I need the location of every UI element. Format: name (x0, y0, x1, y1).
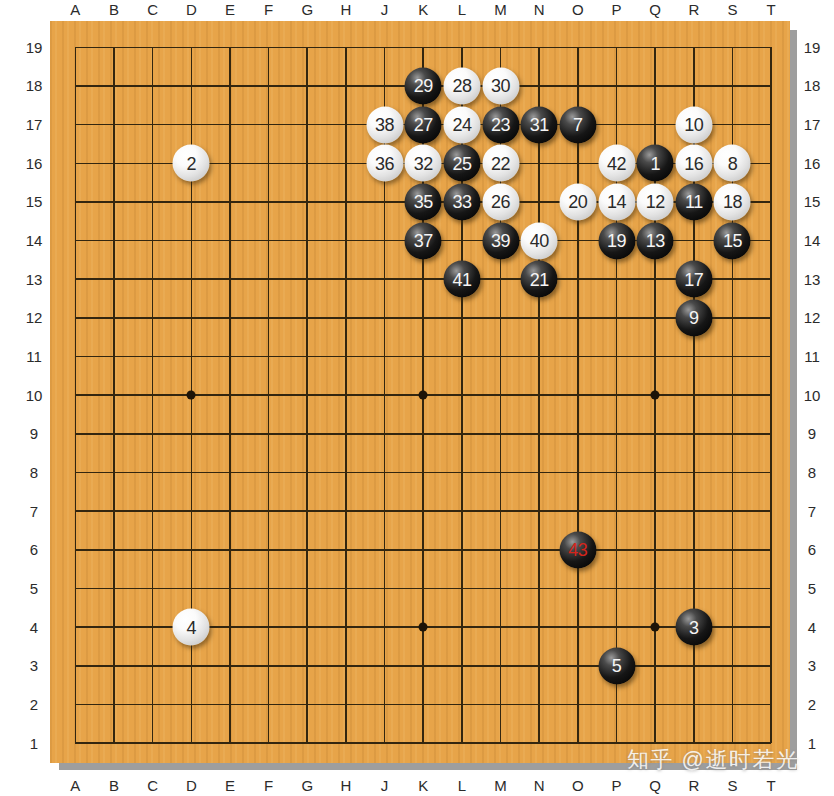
intersection-F7[interactable] (249, 492, 288, 531)
intersection-E3[interactable] (211, 647, 250, 686)
intersection-F8[interactable] (249, 453, 288, 492)
intersection-C14[interactable] (133, 221, 172, 260)
intersection-Q9[interactable] (636, 415, 675, 454)
intersection-M17[interactable]: 23 (481, 105, 520, 144)
intersection-L17[interactable]: 24 (443, 105, 482, 144)
intersection-M19[interactable] (481, 28, 520, 67)
intersection-P18[interactable] (597, 67, 636, 106)
intersection-B1[interactable] (95, 724, 134, 763)
intersection-C10[interactable] (133, 376, 172, 415)
intersection-F2[interactable] (249, 685, 288, 724)
intersection-B19[interactable] (95, 28, 134, 67)
intersection-N5[interactable] (520, 569, 559, 608)
intersection-G6[interactable] (288, 531, 327, 570)
intersection-B15[interactable] (95, 183, 134, 222)
intersection-P2[interactable] (597, 685, 636, 724)
intersection-O2[interactable] (559, 685, 598, 724)
intersection-M6[interactable] (481, 531, 520, 570)
intersection-B18[interactable] (95, 67, 134, 106)
intersection-M14[interactable]: 39 (481, 221, 520, 260)
intersection-R3[interactable] (675, 647, 714, 686)
intersection-L9[interactable] (443, 415, 482, 454)
intersection-F16[interactable] (249, 144, 288, 183)
intersection-R11[interactable] (675, 337, 714, 376)
intersection-T2[interactable] (752, 685, 791, 724)
intersection-D7[interactable] (172, 492, 211, 531)
intersection-E14[interactable] (211, 221, 250, 260)
intersection-L18[interactable]: 28 (443, 67, 482, 106)
intersection-A15[interactable] (56, 183, 95, 222)
intersection-T7[interactable] (752, 492, 791, 531)
intersection-Q8[interactable] (636, 453, 675, 492)
intersection-C5[interactable] (133, 569, 172, 608)
intersection-S12[interactable] (713, 299, 752, 338)
intersection-O5[interactable] (559, 569, 598, 608)
intersection-G14[interactable] (288, 221, 327, 260)
intersection-N4[interactable] (520, 608, 559, 647)
intersection-B5[interactable] (95, 569, 134, 608)
intersection-K15[interactable]: 35 (404, 183, 443, 222)
intersection-H4[interactable] (327, 608, 366, 647)
intersection-K6[interactable] (404, 531, 443, 570)
intersection-E4[interactable] (211, 608, 250, 647)
intersection-J11[interactable] (365, 337, 404, 376)
intersection-B11[interactable] (95, 337, 134, 376)
intersection-B10[interactable] (95, 376, 134, 415)
intersection-Q2[interactable] (636, 685, 675, 724)
intersection-H13[interactable] (327, 260, 366, 299)
intersection-G12[interactable] (288, 299, 327, 338)
intersection-Q18[interactable] (636, 67, 675, 106)
intersection-A13[interactable] (56, 260, 95, 299)
intersection-R9[interactable] (675, 415, 714, 454)
intersection-O6[interactable]: 43 (559, 531, 598, 570)
intersection-J15[interactable] (365, 183, 404, 222)
intersection-F12[interactable] (249, 299, 288, 338)
intersection-C15[interactable] (133, 183, 172, 222)
intersection-R7[interactable] (675, 492, 714, 531)
intersection-A19[interactable] (56, 28, 95, 67)
intersection-D12[interactable] (172, 299, 211, 338)
intersection-A18[interactable] (56, 67, 95, 106)
intersection-G3[interactable] (288, 647, 327, 686)
intersection-D5[interactable] (172, 569, 211, 608)
intersection-B2[interactable] (95, 685, 134, 724)
intersection-S2[interactable] (713, 685, 752, 724)
intersection-L15[interactable]: 33 (443, 183, 482, 222)
intersection-K14[interactable]: 37 (404, 221, 443, 260)
intersection-N16[interactable] (520, 144, 559, 183)
intersection-H15[interactable] (327, 183, 366, 222)
intersection-S14[interactable]: 15 (713, 221, 752, 260)
intersection-B17[interactable] (95, 105, 134, 144)
intersection-A1[interactable] (56, 724, 95, 763)
intersection-D10[interactable] (172, 376, 211, 415)
intersection-H5[interactable] (327, 569, 366, 608)
intersection-M13[interactable] (481, 260, 520, 299)
intersection-B8[interactable] (95, 453, 134, 492)
intersection-S10[interactable] (713, 376, 752, 415)
intersection-H19[interactable] (327, 28, 366, 67)
intersection-B12[interactable] (95, 299, 134, 338)
intersection-R6[interactable] (675, 531, 714, 570)
intersection-F15[interactable] (249, 183, 288, 222)
intersection-M12[interactable] (481, 299, 520, 338)
intersection-C3[interactable] (133, 647, 172, 686)
intersection-E16[interactable] (211, 144, 250, 183)
intersection-P4[interactable] (597, 608, 636, 647)
intersection-L7[interactable] (443, 492, 482, 531)
intersection-A3[interactable] (56, 647, 95, 686)
intersection-L4[interactable] (443, 608, 482, 647)
intersection-A10[interactable] (56, 376, 95, 415)
intersection-D14[interactable] (172, 221, 211, 260)
intersection-S13[interactable] (713, 260, 752, 299)
intersection-O3[interactable] (559, 647, 598, 686)
intersection-O12[interactable] (559, 299, 598, 338)
intersection-M9[interactable] (481, 415, 520, 454)
intersection-G13[interactable] (288, 260, 327, 299)
intersection-O13[interactable] (559, 260, 598, 299)
intersection-S15[interactable]: 18 (713, 183, 752, 222)
intersection-H16[interactable] (327, 144, 366, 183)
intersection-J17[interactable]: 38 (365, 105, 404, 144)
intersection-Q13[interactable] (636, 260, 675, 299)
intersection-L14[interactable] (443, 221, 482, 260)
intersection-K13[interactable] (404, 260, 443, 299)
intersection-H10[interactable] (327, 376, 366, 415)
intersection-D3[interactable] (172, 647, 211, 686)
intersection-C6[interactable] (133, 531, 172, 570)
intersection-N6[interactable] (520, 531, 559, 570)
intersection-Q3[interactable] (636, 647, 675, 686)
intersection-F17[interactable] (249, 105, 288, 144)
intersection-T17[interactable] (752, 105, 791, 144)
intersection-B4[interactable] (95, 608, 134, 647)
intersection-J3[interactable] (365, 647, 404, 686)
intersection-K9[interactable] (404, 415, 443, 454)
intersection-K18[interactable]: 29 (404, 67, 443, 106)
intersection-M16[interactable]: 22 (481, 144, 520, 183)
intersection-C2[interactable] (133, 685, 172, 724)
intersection-E1[interactable] (211, 724, 250, 763)
intersection-E5[interactable] (211, 569, 250, 608)
intersection-S7[interactable] (713, 492, 752, 531)
intersection-N9[interactable] (520, 415, 559, 454)
intersection-D8[interactable] (172, 453, 211, 492)
intersection-D1[interactable] (172, 724, 211, 763)
intersection-A2[interactable] (56, 685, 95, 724)
intersection-F3[interactable] (249, 647, 288, 686)
intersection-A5[interactable] (56, 569, 95, 608)
intersection-S6[interactable] (713, 531, 752, 570)
intersection-C17[interactable] (133, 105, 172, 144)
intersection-R4[interactable]: 3 (675, 608, 714, 647)
intersection-P14[interactable]: 19 (597, 221, 636, 260)
intersection-B9[interactable] (95, 415, 134, 454)
intersection-J19[interactable] (365, 28, 404, 67)
intersection-Q7[interactable] (636, 492, 675, 531)
intersection-L11[interactable] (443, 337, 482, 376)
intersection-L12[interactable] (443, 299, 482, 338)
intersection-D11[interactable] (172, 337, 211, 376)
intersection-S19[interactable] (713, 28, 752, 67)
intersection-M2[interactable] (481, 685, 520, 724)
intersection-B3[interactable] (95, 647, 134, 686)
intersection-J13[interactable] (365, 260, 404, 299)
intersection-O19[interactable] (559, 28, 598, 67)
intersection-C16[interactable] (133, 144, 172, 183)
intersection-Q19[interactable] (636, 28, 675, 67)
intersection-P5[interactable] (597, 569, 636, 608)
intersection-L6[interactable] (443, 531, 482, 570)
intersection-P6[interactable] (597, 531, 636, 570)
intersection-E19[interactable] (211, 28, 250, 67)
intersection-K16[interactable]: 32 (404, 144, 443, 183)
intersection-P13[interactable] (597, 260, 636, 299)
intersection-O16[interactable] (559, 144, 598, 183)
intersection-J4[interactable] (365, 608, 404, 647)
intersection-S16[interactable]: 8 (713, 144, 752, 183)
intersection-P15[interactable]: 14 (597, 183, 636, 222)
intersection-E17[interactable] (211, 105, 250, 144)
intersection-C19[interactable] (133, 28, 172, 67)
intersection-R19[interactable] (675, 28, 714, 67)
intersection-Q12[interactable] (636, 299, 675, 338)
intersection-T15[interactable] (752, 183, 791, 222)
intersection-M15[interactable]: 26 (481, 183, 520, 222)
intersection-K1[interactable] (404, 724, 443, 763)
intersection-K3[interactable] (404, 647, 443, 686)
intersection-O7[interactable] (559, 492, 598, 531)
intersection-P19[interactable] (597, 28, 636, 67)
intersection-Q5[interactable] (636, 569, 675, 608)
intersection-N2[interactable] (520, 685, 559, 724)
intersection-E11[interactable] (211, 337, 250, 376)
intersection-N11[interactable] (520, 337, 559, 376)
intersection-G19[interactable] (288, 28, 327, 67)
intersection-T3[interactable] (752, 647, 791, 686)
intersection-J16[interactable]: 36 (365, 144, 404, 183)
intersection-H11[interactable] (327, 337, 366, 376)
intersection-H6[interactable] (327, 531, 366, 570)
intersection-F19[interactable] (249, 28, 288, 67)
intersection-L5[interactable] (443, 569, 482, 608)
intersection-J14[interactable] (365, 221, 404, 260)
intersection-H8[interactable] (327, 453, 366, 492)
intersection-T16[interactable] (752, 144, 791, 183)
intersection-A7[interactable] (56, 492, 95, 531)
intersection-A4[interactable] (56, 608, 95, 647)
intersection-Q6[interactable] (636, 531, 675, 570)
intersection-T5[interactable] (752, 569, 791, 608)
intersection-R15[interactable]: 11 (675, 183, 714, 222)
intersection-B16[interactable] (95, 144, 134, 183)
intersection-D15[interactable] (172, 183, 211, 222)
intersection-B7[interactable] (95, 492, 134, 531)
intersection-M4[interactable] (481, 608, 520, 647)
intersection-K12[interactable] (404, 299, 443, 338)
intersection-R5[interactable] (675, 569, 714, 608)
intersection-D17[interactable] (172, 105, 211, 144)
intersection-E2[interactable] (211, 685, 250, 724)
intersection-D18[interactable] (172, 67, 211, 106)
intersection-E6[interactable] (211, 531, 250, 570)
intersection-J7[interactable] (365, 492, 404, 531)
intersection-N12[interactable] (520, 299, 559, 338)
intersection-G7[interactable] (288, 492, 327, 531)
intersection-C7[interactable] (133, 492, 172, 531)
intersection-E8[interactable] (211, 453, 250, 492)
intersection-A17[interactable] (56, 105, 95, 144)
intersection-A14[interactable] (56, 221, 95, 260)
intersection-Q10[interactable] (636, 376, 675, 415)
intersection-P10[interactable] (597, 376, 636, 415)
intersection-K2[interactable] (404, 685, 443, 724)
intersection-O4[interactable] (559, 608, 598, 647)
intersection-K5[interactable] (404, 569, 443, 608)
intersection-S4[interactable] (713, 608, 752, 647)
intersection-K8[interactable] (404, 453, 443, 492)
intersection-E7[interactable] (211, 492, 250, 531)
intersection-M10[interactable] (481, 376, 520, 415)
intersection-S5[interactable] (713, 569, 752, 608)
intersection-R18[interactable] (675, 67, 714, 106)
intersection-S3[interactable] (713, 647, 752, 686)
intersection-P11[interactable] (597, 337, 636, 376)
intersection-Q11[interactable] (636, 337, 675, 376)
intersection-D4[interactable]: 4 (172, 608, 211, 647)
intersection-T10[interactable] (752, 376, 791, 415)
intersection-M11[interactable] (481, 337, 520, 376)
intersection-R8[interactable] (675, 453, 714, 492)
intersection-O9[interactable] (559, 415, 598, 454)
intersection-D13[interactable] (172, 260, 211, 299)
intersection-C12[interactable] (133, 299, 172, 338)
intersection-L10[interactable] (443, 376, 482, 415)
intersection-B13[interactable] (95, 260, 134, 299)
intersection-C18[interactable] (133, 67, 172, 106)
intersection-G11[interactable] (288, 337, 327, 376)
intersection-F1[interactable] (249, 724, 288, 763)
intersection-S8[interactable] (713, 453, 752, 492)
intersection-Q15[interactable]: 12 (636, 183, 675, 222)
intersection-E10[interactable] (211, 376, 250, 415)
intersection-G8[interactable] (288, 453, 327, 492)
intersection-D9[interactable] (172, 415, 211, 454)
intersection-H1[interactable] (327, 724, 366, 763)
intersection-L19[interactable] (443, 28, 482, 67)
intersection-L8[interactable] (443, 453, 482, 492)
intersection-J10[interactable] (365, 376, 404, 415)
intersection-R10[interactable] (675, 376, 714, 415)
intersection-P12[interactable] (597, 299, 636, 338)
intersection-H3[interactable] (327, 647, 366, 686)
intersection-T12[interactable] (752, 299, 791, 338)
intersection-G10[interactable] (288, 376, 327, 415)
intersection-N14[interactable]: 40 (520, 221, 559, 260)
intersection-E18[interactable] (211, 67, 250, 106)
intersection-O8[interactable] (559, 453, 598, 492)
intersection-G17[interactable] (288, 105, 327, 144)
intersection-D2[interactable] (172, 685, 211, 724)
intersection-K10[interactable] (404, 376, 443, 415)
intersection-N1[interactable] (520, 724, 559, 763)
intersection-G18[interactable] (288, 67, 327, 106)
intersection-M7[interactable] (481, 492, 520, 531)
intersection-P16[interactable]: 42 (597, 144, 636, 183)
intersection-O10[interactable] (559, 376, 598, 415)
intersection-L3[interactable] (443, 647, 482, 686)
intersection-M1[interactable] (481, 724, 520, 763)
intersection-J12[interactable] (365, 299, 404, 338)
intersection-C8[interactable] (133, 453, 172, 492)
intersection-O15[interactable]: 20 (559, 183, 598, 222)
intersection-Q14[interactable]: 13 (636, 221, 675, 260)
intersection-F5[interactable] (249, 569, 288, 608)
intersection-C9[interactable] (133, 415, 172, 454)
intersection-R2[interactable] (675, 685, 714, 724)
intersection-K17[interactable]: 27 (404, 105, 443, 144)
intersection-Q4[interactable] (636, 608, 675, 647)
intersection-E12[interactable] (211, 299, 250, 338)
intersection-H9[interactable] (327, 415, 366, 454)
intersection-F9[interactable] (249, 415, 288, 454)
intersection-T8[interactable] (752, 453, 791, 492)
intersection-O18[interactable] (559, 67, 598, 106)
intersection-D19[interactable] (172, 28, 211, 67)
intersection-H17[interactable] (327, 105, 366, 144)
intersection-F6[interactable] (249, 531, 288, 570)
intersection-O14[interactable] (559, 221, 598, 260)
intersection-E13[interactable] (211, 260, 250, 299)
intersection-J2[interactable] (365, 685, 404, 724)
intersection-N10[interactable] (520, 376, 559, 415)
intersection-J1[interactable] (365, 724, 404, 763)
intersection-M18[interactable]: 30 (481, 67, 520, 106)
intersection-J9[interactable] (365, 415, 404, 454)
intersection-S9[interactable] (713, 415, 752, 454)
intersection-A8[interactable] (56, 453, 95, 492)
intersection-N19[interactable] (520, 28, 559, 67)
intersection-D16[interactable]: 2 (172, 144, 211, 183)
intersection-E15[interactable] (211, 183, 250, 222)
intersection-P3[interactable]: 5 (597, 647, 636, 686)
intersection-T14[interactable] (752, 221, 791, 260)
intersection-P9[interactable] (597, 415, 636, 454)
intersection-O17[interactable]: 7 (559, 105, 598, 144)
intersection-T19[interactable] (752, 28, 791, 67)
intersection-F4[interactable] (249, 608, 288, 647)
intersection-C13[interactable] (133, 260, 172, 299)
intersection-T4[interactable] (752, 608, 791, 647)
intersection-N3[interactable] (520, 647, 559, 686)
intersection-F13[interactable] (249, 260, 288, 299)
intersection-H12[interactable] (327, 299, 366, 338)
intersection-C4[interactable] (133, 608, 172, 647)
intersection-B14[interactable] (95, 221, 134, 260)
intersection-R14[interactable] (675, 221, 714, 260)
intersection-T11[interactable] (752, 337, 791, 376)
intersection-L1[interactable] (443, 724, 482, 763)
intersection-S18[interactable] (713, 67, 752, 106)
intersection-M3[interactable] (481, 647, 520, 686)
intersection-G9[interactable] (288, 415, 327, 454)
intersection-N15[interactable] (520, 183, 559, 222)
intersection-G4[interactable] (288, 608, 327, 647)
intersection-E9[interactable] (211, 415, 250, 454)
intersection-Q17[interactable] (636, 105, 675, 144)
